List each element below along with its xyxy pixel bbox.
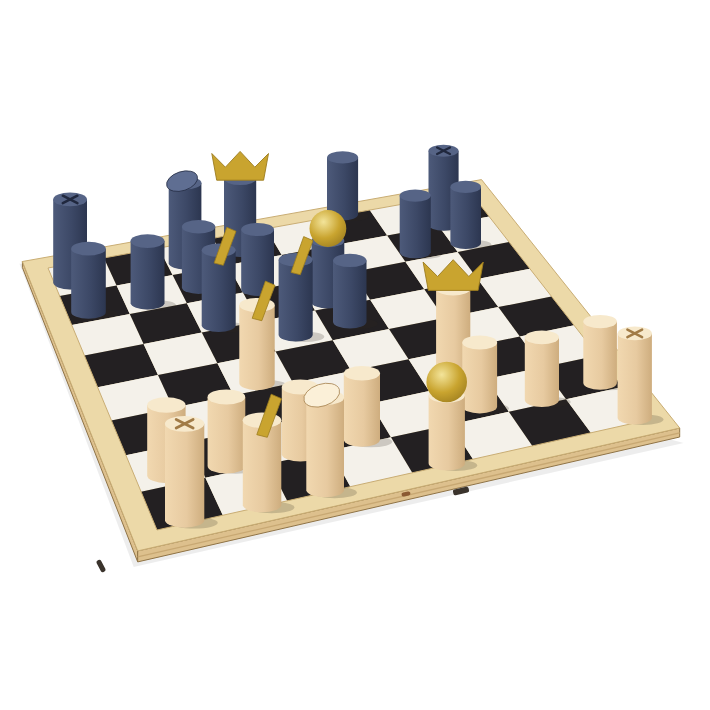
cylinder-top [327, 151, 358, 163]
cylinder-body [165, 424, 204, 528]
cylinder-body [400, 196, 431, 259]
queen-gold-ball [310, 210, 347, 247]
cylinder-top [462, 336, 497, 350]
cylinder-body [131, 241, 165, 309]
cylinder-top [182, 220, 215, 233]
cylinder-body [344, 373, 380, 447]
cylinder-body [306, 397, 344, 497]
cylinder-body [583, 322, 617, 390]
cylinder-body [208, 397, 246, 474]
queen-gold-ball [426, 362, 467, 403]
cylinder-body [462, 343, 497, 414]
cylinder-top [333, 254, 366, 267]
cylinder-top [71, 242, 106, 256]
cylinder-body [71, 249, 106, 319]
cylinder-top [525, 331, 559, 345]
cylinder-top [400, 189, 431, 201]
product-photo-stage [0, 0, 710, 710]
cylinder-body [618, 333, 652, 424]
cylinder-body [333, 260, 367, 328]
cylinder-top [131, 234, 165, 248]
cylinder-top [344, 366, 380, 380]
cylinder-top [208, 389, 246, 404]
king-gold-crown [212, 151, 269, 180]
cylinder-body [429, 396, 465, 471]
chessboard [0, 0, 710, 710]
hinge-slot [96, 559, 107, 573]
cylinder-body [525, 337, 559, 406]
cylinder-top [450, 181, 481, 193]
cylinder-top [241, 223, 274, 236]
cylinder-body [450, 187, 481, 249]
cylinder-top [583, 315, 617, 328]
cylinder-top [147, 397, 185, 412]
